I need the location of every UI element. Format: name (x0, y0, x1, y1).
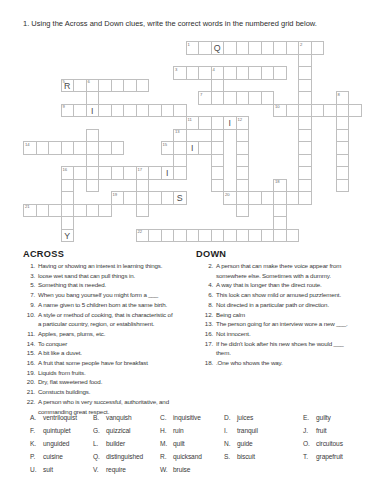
grid-cell-r11c5[interactable] (86, 179, 100, 193)
across-clue-5: 5.Something that is needed. (22, 280, 194, 290)
word-bank-entry-W: W.bruise (160, 463, 202, 476)
across-clue-number: 11. (22, 329, 35, 339)
grid-cell-r4c14[interactable]: 7 (198, 91, 212, 105)
grid-cell-r8c11[interactable]: 15 (161, 141, 175, 155)
word-bank-key: A. (30, 411, 43, 424)
grid-cell-r13c6[interactable] (98, 204, 112, 218)
grid-cell-r9c15[interactable] (211, 154, 225, 168)
prefilled-letter-Y: Y (62, 230, 74, 242)
word-bank-key: Q. (93, 450, 106, 463)
grid-cell-r9c12[interactable] (173, 154, 187, 168)
grid-cell-r12c19[interactable] (261, 191, 275, 205)
grid-cell-r3c6[interactable] (98, 79, 112, 93)
grid-cell-r5c8[interactable] (123, 104, 137, 118)
clue-number-label-18: 18 (275, 180, 280, 185)
across-clue-16: 16.A fruit that some people have for bre… (22, 358, 194, 368)
word-bank-word: quilt (173, 440, 185, 447)
grid-cell-r0c18[interactable] (248, 41, 262, 55)
word-bank-word: require (106, 466, 126, 473)
clue-number-label-22: 22 (138, 230, 143, 235)
across-clue-1: 1.Having or showing an interest in learn… (22, 261, 194, 271)
crossword-grid: 1Q2345R6789I1011I12131415I1617I1819S2021… (23, 41, 362, 242)
down-clue-8: 8.Not directed in a particular path or d… (200, 300, 384, 310)
grid-cell-r9c22[interactable] (298, 154, 312, 168)
word-bank-key: T. (303, 450, 316, 463)
across-clue-20: 20.Dry, flat sweetened food. (22, 377, 194, 387)
grid-cell-r0c16[interactable] (223, 41, 237, 55)
word-bank-entry-S: S.biscuit (224, 450, 258, 463)
prefilled-letter-I: I (187, 142, 199, 154)
grid-cell-r3c7[interactable] (111, 79, 125, 93)
across-clue-9: 9.A name given to 5 children born at the… (22, 300, 194, 310)
word-bank-word: distinguished (106, 453, 143, 460)
grid-cell-r12c7[interactable]: 19 (111, 191, 125, 205)
word-bank-entry-T: T.grapefruit (303, 450, 343, 463)
grid-cell-r7c5[interactable] (86, 129, 100, 143)
grid-cell-r0c20[interactable] (273, 41, 287, 55)
across-clue-text: Apples, pears, plums, etc. (38, 329, 105, 339)
grid-cell-r5c9[interactable] (136, 104, 150, 118)
grid-cell-r5c12[interactable] (173, 104, 187, 118)
clue-number-label-10: 10 (275, 105, 280, 110)
down-clue-text: A way that is longer than the direct rou… (216, 280, 322, 290)
word-bank-word: vanquish (106, 414, 132, 421)
word-bank-word: bruise (173, 466, 190, 473)
grid-cell-r12c10[interactable] (148, 191, 162, 205)
across-clue-number: 19. (22, 368, 35, 378)
grid-cell-r9c5[interactable] (86, 154, 100, 168)
grid-cell-r12c8[interactable] (123, 191, 137, 205)
word-bank-word: guilty (316, 414, 331, 421)
down-clue-12: 12.Being calm (200, 310, 384, 320)
word-bank-entry-A: A.ventriloquist (30, 411, 77, 424)
grid-cell-r9c17[interactable] (236, 154, 250, 168)
grid-cell-r2c18[interactable] (248, 66, 262, 80)
grid-cell-r11c9[interactable] (136, 179, 150, 193)
clue-number-label-6: 6 (88, 80, 90, 85)
grid-cell-r13c9[interactable] (136, 204, 150, 218)
down-clue-number: 8. (200, 300, 213, 310)
grid-cell-r8c2[interactable] (48, 141, 62, 155)
word-bank-entry-L: L.builder (93, 437, 143, 450)
word-bank-word: suit (43, 466, 53, 473)
grid-cell-r11c25[interactable] (336, 179, 350, 193)
across-clue-number: 22. (22, 397, 35, 407)
across-clue-number: 3. (22, 271, 35, 281)
across-clue-number: 1. (22, 261, 35, 271)
grid-cell-r5c26[interactable] (348, 104, 362, 118)
grid-cell-r0c19[interactable] (261, 41, 275, 55)
word-bank-word: ventriloquist (43, 414, 77, 421)
grid-cell-r6c13[interactable]: 11 (186, 116, 200, 130)
word-bank-entry-E: E.guilty (303, 411, 343, 424)
grid-cell-r8c15[interactable] (211, 141, 225, 155)
across-clue-number: 10. (22, 310, 35, 320)
grid-cell-r10c17[interactable] (236, 166, 250, 180)
word-bank-entry-D: D.juices (224, 411, 258, 424)
down-clue-2: 2.A person that can make there voice app… (200, 261, 384, 280)
down-clue-text: Not innocent. (216, 329, 251, 339)
grid-cell-r4c19[interactable] (261, 91, 275, 105)
grid-cell-r3c3[interactable]: 5R (61, 79, 75, 93)
down-clue-text: .One who shows the way. (216, 358, 283, 368)
word-bank-key: F. (30, 424, 43, 437)
grid-cell-r7c17[interactable] (236, 129, 250, 143)
grid-cell-r8c7[interactable] (111, 141, 125, 155)
grid-cell-r11c22[interactable] (298, 179, 312, 193)
grid-cell-r5c21[interactable] (286, 104, 300, 118)
grid-cell-r9c25[interactable] (336, 154, 350, 168)
grid-cell-r10c25[interactable] (336, 166, 350, 180)
grid-cell-r4c16[interactable] (223, 91, 237, 105)
grid-cell-r13c0[interactable]: 21 (23, 204, 37, 218)
grid-cell-r12c22[interactable] (298, 191, 312, 205)
down-clue-4: 4.A way that is longer than the direct r… (200, 280, 384, 290)
grid-cell-r5c3[interactable]: 9 (61, 104, 75, 118)
grid-cell-r15c9[interactable]: 22 (136, 229, 150, 243)
down-clue-16: 16.Not innocent. (200, 329, 384, 339)
grid-cell-r15c20[interactable] (273, 229, 287, 243)
grid-cell-r12c18[interactable] (248, 191, 262, 205)
grid-cell-r8c25[interactable] (336, 141, 350, 155)
across-clue-list: 1.Having or showing an interest in learn… (22, 261, 194, 416)
clue-number-label-9: 9 (63, 105, 65, 110)
across-clue-11: 11.Apples, pears, plums, etc. (22, 329, 194, 339)
grid-cell-r10c6[interactable] (98, 166, 112, 180)
grid-cell-r5c10[interactable] (148, 104, 162, 118)
word-bank-key: O. (303, 437, 316, 450)
word-bank-word: quintuplet (43, 427, 71, 434)
grid-cell-r5c23[interactable] (311, 104, 325, 118)
across-clue-number: 16. (22, 358, 35, 368)
grid-cell-r7c22[interactable] (298, 129, 312, 143)
grid-cell-r6c16[interactable]: I (223, 116, 237, 130)
word-bank-entry-N: N.guide (224, 437, 258, 450)
across-clue-text: When you bang yourself you might form a … (38, 290, 158, 300)
grid-cell-r6c14[interactable] (198, 116, 212, 130)
down-clue-list: 2.A person that can make there voice app… (200, 261, 384, 368)
grid-cell-r2c16[interactable] (223, 66, 237, 80)
grid-cell-r2c17[interactable] (236, 66, 250, 80)
grid-cell-r14c3[interactable] (61, 216, 75, 230)
word-bank-column-2: B.vanquishG.quizzicalL.builderQ.distingu… (93, 411, 143, 476)
grid-cell-r11c17[interactable] (236, 179, 250, 193)
grid-cell-r10c4[interactable] (73, 166, 87, 180)
grid-cell-r10c9[interactable]: 17 (136, 166, 150, 180)
word-bank-entry-I: I.tranquil (224, 424, 258, 437)
grid-cell-r0c23[interactable] (311, 41, 325, 55)
grid-cell-r5c6[interactable] (98, 104, 112, 118)
grid-cell-r4c18[interactable] (248, 91, 262, 105)
clue-number-label-1: 1 (188, 43, 190, 48)
grid-cell-r13c2[interactable] (48, 204, 62, 218)
grid-cell-r12c21[interactable] (286, 191, 300, 205)
across-clue-number: 7. (22, 290, 35, 300)
down-header: DOWN (196, 249, 226, 259)
prefilled-letter-Q: Q (212, 42, 224, 54)
grid-cell-r4c25[interactable]: 8 (336, 91, 350, 105)
down-clue-number: 13. (200, 319, 213, 329)
grid-cell-r8c6[interactable] (98, 141, 112, 155)
prefilled-letter-R: R (62, 80, 74, 92)
word-bank-key: S. (224, 450, 237, 463)
grid-cell-r7c15[interactable] (211, 129, 225, 143)
word-bank-word: juices (237, 414, 253, 421)
down-clue-number: 18. (200, 358, 213, 368)
word-bank: A.ventriloquistF.quintupletK.unguidedP.c… (0, 411, 386, 481)
grid-cell-r11c15[interactable] (211, 179, 225, 193)
across-clue-15: 15.A bit like a duvet. (22, 348, 194, 358)
grid-cell-r15c19[interactable] (261, 229, 275, 243)
across-clue-7: 7.When you bang yourself you might form … (22, 290, 194, 300)
grid-cell-r11c20[interactable]: 18 (273, 179, 287, 193)
grid-cell-r15c10[interactable] (148, 229, 162, 243)
down-clue-number: 12. (200, 310, 213, 320)
clue-number-label-3: 3 (175, 68, 177, 73)
grid-cell-r8c4[interactable] (73, 141, 87, 155)
prefilled-letter-I: I (224, 117, 236, 129)
grid-cell-r8c12[interactable] (173, 141, 187, 155)
grid-cell-r5c4[interactable] (73, 104, 87, 118)
across-clue-text: Liquids from fruits. (38, 368, 86, 378)
grid-cell-r10c7[interactable] (111, 166, 125, 180)
across-clue-text: A style or method of cooking, that is ch… (38, 310, 172, 329)
grid-cell-r8c3[interactable] (61, 141, 75, 155)
word-bank-key: B. (93, 411, 106, 424)
clue-number-label-13: 13 (175, 130, 180, 135)
grid-cell-r6c15[interactable] (211, 116, 225, 130)
prefilled-letter-S: S (174, 192, 186, 204)
down-clue-13: 13.The person going for an interview wor… (200, 319, 384, 329)
across-header: ACROSS (23, 249, 64, 259)
clue-number-label-14: 14 (25, 143, 30, 148)
grid-cell-r10c15[interactable] (211, 166, 225, 180)
grid-cell-r4c22[interactable] (298, 91, 312, 105)
word-bank-key: V. (93, 463, 106, 476)
grid-cell-r6c17[interactable]: 12 (236, 116, 250, 130)
grid-cell-r13c1[interactable] (36, 204, 50, 218)
grid-cell-r15c17[interactable] (236, 229, 250, 243)
down-clue-17: 17.If he didn't look after his new shoes… (200, 339, 384, 358)
across-clue-text: Something that is needed. (38, 280, 106, 290)
grid-cell-r0c22[interactable]: 2 (298, 41, 312, 55)
grid-cell-r8c22[interactable] (298, 141, 312, 155)
word-bank-word: circuitous (316, 440, 343, 447)
grid-cell-r10c11[interactable]: I (161, 166, 175, 180)
word-bank-word: ruin (173, 427, 184, 434)
grid-cell-r0c21[interactable] (286, 41, 300, 55)
grid-cell-r15c14[interactable] (198, 229, 212, 243)
grid-cell-r5c5[interactable]: I (86, 104, 100, 118)
down-clue-text: This look can show mild or amused puzzle… (216, 290, 341, 300)
grid-cell-r13c4[interactable] (73, 204, 87, 218)
grid-cell-r12c17[interactable] (236, 191, 250, 205)
grid-cell-r15c3[interactable]: Y (61, 229, 75, 243)
grid-cell-r2c13[interactable] (186, 66, 200, 80)
across-clue-21: 21.Constucts buildings. (22, 387, 194, 397)
across-clue-text: A bit like a duvet. (38, 348, 82, 358)
word-bank-key: I. (224, 424, 237, 437)
grid-cell-r3c8[interactable] (123, 79, 137, 93)
across-clue-19: 19.Liquids from fruits. (22, 368, 194, 378)
word-bank-key: R. (160, 450, 173, 463)
grid-cell-r15c13[interactable] (186, 229, 200, 243)
grid-cell-r12c11[interactable] (161, 191, 175, 205)
grid-cell-r4c15[interactable] (211, 91, 225, 105)
grid-cell-r6c22[interactable] (298, 116, 312, 130)
grid-cell-r5c7[interactable] (111, 104, 125, 118)
grid-cell-r2c12[interactable]: 3 (173, 66, 187, 80)
word-bank-entry-F: F.quintuplet (30, 424, 77, 437)
word-bank-entry-P: P.cuisine (30, 450, 77, 463)
grid-cell-r13c5[interactable] (86, 204, 100, 218)
grid-cell-r2c15[interactable]: 4 (211, 66, 225, 80)
down-clue-number: 16. (200, 329, 213, 339)
grid-cell-r0c14[interactable] (198, 41, 212, 55)
grid-cell-r6c25[interactable] (336, 116, 350, 130)
across-clue-text: To conquer (38, 339, 67, 349)
grid-cell-r12c3[interactable] (61, 191, 75, 205)
clue-number-label-11: 11 (188, 118, 192, 123)
across-clue-text: A fruit that some people have for breakf… (38, 358, 148, 368)
grid-cell-r13c3[interactable] (61, 204, 75, 218)
grid-cell-r5c22[interactable] (298, 104, 312, 118)
down-clue-text: Not directed in a particular path or dir… (216, 300, 329, 310)
across-clue-text: Constucts buildings. (38, 387, 90, 397)
grid-cell-r2c20[interactable] (273, 66, 287, 80)
grid-cell-r3c22[interactable] (298, 79, 312, 93)
grid-cell-r4c17[interactable] (236, 91, 250, 105)
grid-cell-r1c22[interactable] (298, 54, 312, 68)
grid-cell-r7c25[interactable] (336, 129, 350, 143)
word-bank-key: U. (30, 463, 43, 476)
grid-cell-r10c5[interactable] (86, 166, 100, 180)
down-clue-text: The person going for an interview wore a… (216, 319, 348, 329)
word-bank-entry-O: O.circuitous (303, 437, 343, 450)
grid-cell-r3c5[interactable]: 6 (86, 79, 100, 93)
across-clue-text: Dry, flat sweetened food. (38, 377, 102, 387)
prefilled-letter-I: I (87, 105, 99, 117)
word-bank-word: biscuit (237, 453, 255, 460)
grid-cell-r14c20[interactable] (273, 216, 287, 230)
grid-cell-r0c15[interactable]: Q (211, 41, 225, 55)
across-clue-number: 21. (22, 387, 35, 397)
word-bank-word: fruit (316, 427, 327, 434)
word-bank-key: M. (160, 437, 173, 450)
grid-cell-r8c13[interactable]: I (186, 141, 200, 155)
word-bank-entry-C: C.inquisitive (160, 411, 202, 424)
grid-cell-r12c16[interactable]: 20 (223, 191, 237, 205)
word-bank-entry-B: B.vanquish (93, 411, 143, 424)
grid-cell-r10c22[interactable] (298, 166, 312, 180)
grid-cell-r12c20[interactable] (273, 191, 287, 205)
across-clue-text: loose wet sand that can pull things in. (38, 271, 135, 281)
grid-cell-r12c9[interactable] (136, 191, 150, 205)
across-clue-3: 3.loose wet sand that can pull things in… (22, 271, 194, 281)
grid-cell-r8c5[interactable] (86, 141, 100, 155)
grid-cell-r8c1[interactable] (36, 141, 50, 155)
grid-cell-r0c13[interactable]: 1 (186, 41, 200, 55)
down-clue-text: A person that can make there voice appea… (216, 261, 341, 280)
grid-cell-r15c21[interactable] (286, 229, 300, 243)
grid-cell-r3c4[interactable] (73, 79, 87, 93)
clue-number-label-19: 19 (113, 193, 118, 198)
grid-cell-r2c22[interactable] (298, 66, 312, 80)
prefilled-letter-I: I (162, 167, 174, 179)
grid-cell-r8c14[interactable] (198, 141, 212, 155)
grid-cell-r10c10[interactable] (148, 166, 162, 180)
grid-cell-r4c5[interactable] (86, 91, 100, 105)
grid-cell-r3c9[interactable] (136, 79, 150, 93)
grid-cell-r5c24[interactable] (323, 104, 337, 118)
across-clue-text: A name given to 5 children born at the s… (38, 300, 167, 310)
clue-number-label-21: 21 (25, 205, 30, 210)
word-bank-entry-H: H.ruin (160, 424, 202, 437)
word-bank-entry-U: U.suit (30, 463, 77, 476)
grid-cell-r5c20[interactable]: 10 (273, 104, 287, 118)
grid-cell-r8c0[interactable]: 14 (23, 141, 37, 155)
grid-cell-r8c17[interactable] (236, 141, 250, 155)
word-bank-key: D. (224, 411, 237, 424)
word-bank-word: quicksand (173, 453, 202, 460)
grid-cell-r10c8[interactable] (123, 166, 137, 180)
clue-number-label-20: 20 (225, 193, 230, 198)
word-bank-word: inquisitive (173, 414, 201, 421)
across-clue-14: 14.To conquer (22, 339, 194, 349)
word-bank-word: quizzical (106, 427, 130, 434)
grid-cell-r5c25[interactable] (336, 104, 350, 118)
grid-cell-r2c19[interactable] (261, 66, 275, 80)
grid-cell-r2c14[interactable] (198, 66, 212, 80)
grid-cell-r15c11[interactable] (161, 229, 175, 243)
clue-number-label-8: 8 (338, 93, 340, 98)
clue-number-label-17: 17 (138, 168, 143, 173)
grid-cell-r15c16[interactable] (223, 229, 237, 243)
across-clue-number: 15. (22, 348, 35, 358)
grid-cell-r15c18[interactable] (248, 229, 262, 243)
grid-cell-r5c11[interactable] (161, 104, 175, 118)
across-clue-number: 20. (22, 377, 35, 387)
grid-cell-r11c3[interactable] (61, 179, 75, 193)
grid-cell-r7c12[interactable]: 13 (173, 129, 187, 143)
across-clue-text: Having or showing an interest in learnin… (38, 261, 162, 271)
grid-cell-r12c12[interactable]: S (173, 191, 187, 205)
down-clue-number: 6. (200, 290, 213, 300)
word-bank-word: unguided (43, 440, 69, 447)
word-bank-key: H. (160, 424, 173, 437)
grid-cell-r0c17[interactable] (236, 41, 250, 55)
grid-cell-r13c17[interactable] (236, 204, 250, 218)
grid-cell-r10c12[interactable] (173, 166, 187, 180)
grid-cell-r15c15[interactable] (211, 229, 225, 243)
word-bank-entry-V: V.require (93, 463, 143, 476)
clue-number-label-7: 7 (200, 93, 202, 98)
grid-cell-r3c15[interactable] (211, 79, 225, 93)
word-bank-word: guide (237, 440, 253, 447)
word-bank-column-1: A.ventriloquistF.quintupletK.unguidedP.c… (30, 411, 77, 476)
across-clue-number: 9. (22, 300, 35, 310)
down-clue-18: 18..One who shows the way. (200, 358, 384, 368)
down-clue-number: 17. (200, 339, 213, 349)
word-bank-column-5: E.guiltyJ.fruitO.circuitousT.grapefruit (303, 411, 343, 463)
down-clue-number: 2. (200, 261, 213, 271)
clue-number-label-2: 2 (300, 43, 302, 48)
word-bank-key: N. (224, 437, 237, 450)
word-bank-key: P. (30, 450, 43, 463)
grid-cell-r13c20[interactable] (273, 204, 287, 218)
grid-cell-r10c3[interactable]: 16 (61, 166, 75, 180)
grid-cell-r15c12[interactable] (173, 229, 187, 243)
